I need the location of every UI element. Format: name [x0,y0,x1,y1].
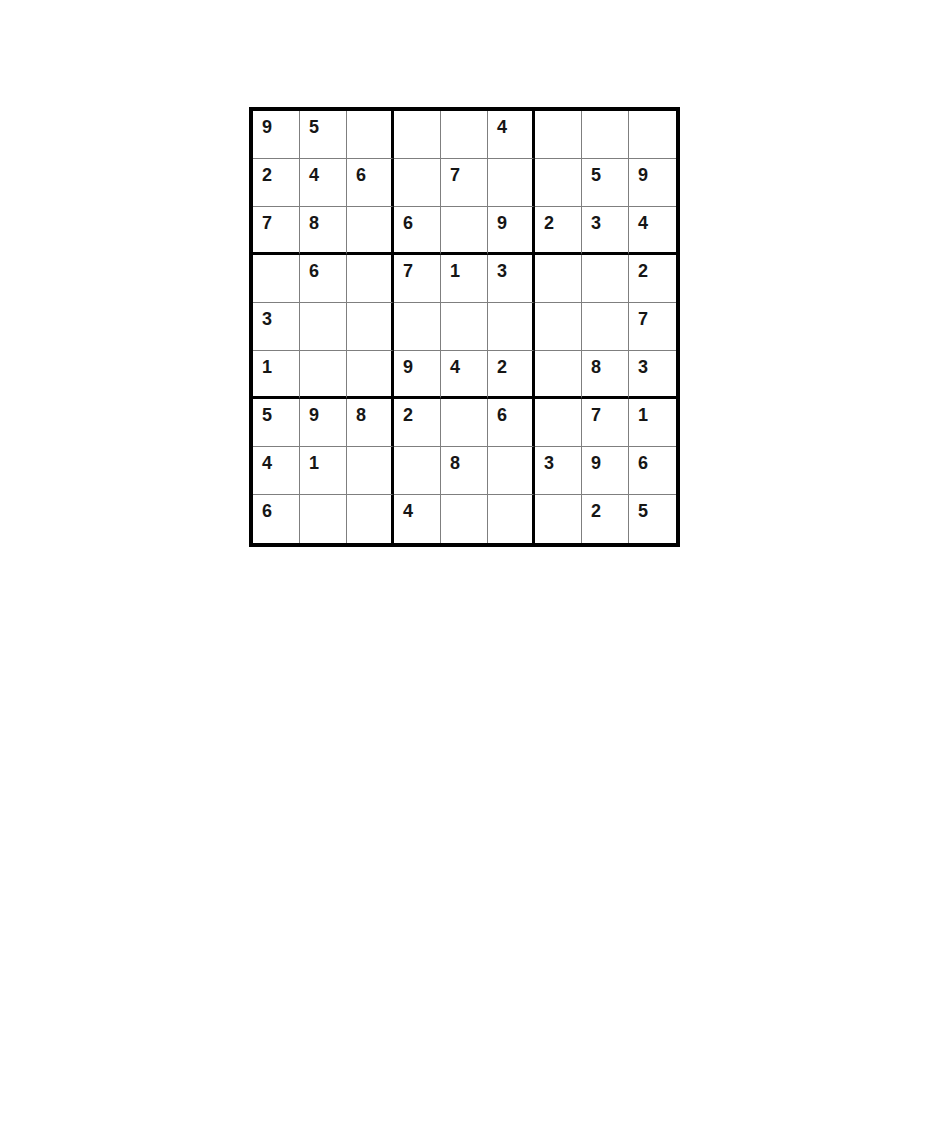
cell-r9c6[interactable] [488,495,535,543]
cell-r6c2[interactable] [300,351,347,399]
cell-r2c4[interactable] [394,159,441,207]
cell-r5c4[interactable] [394,303,441,351]
cell-r4c2[interactable]: 6 [300,255,347,303]
cell-r7c9[interactable]: 1 [629,399,676,447]
cell-r3c7[interactable]: 2 [535,207,582,255]
cell-r6c7[interactable] [535,351,582,399]
cell-r7c3[interactable]: 8 [347,399,394,447]
cell-r9c8[interactable]: 2 [582,495,629,543]
cell-r4c5[interactable]: 1 [441,255,488,303]
cell-r8c7[interactable]: 3 [535,447,582,495]
cell-r2c8[interactable]: 5 [582,159,629,207]
cell-r3c5[interactable] [441,207,488,255]
cell-r5c8[interactable] [582,303,629,351]
cell-r8c6[interactable] [488,447,535,495]
cell-r9c5[interactable] [441,495,488,543]
cell-r7c1[interactable]: 5 [253,399,300,447]
cell-r3c6[interactable]: 9 [488,207,535,255]
cell-r5c2[interactable] [300,303,347,351]
cell-r7c7[interactable] [535,399,582,447]
cell-r7c2[interactable]: 9 [300,399,347,447]
cell-r2c3[interactable]: 6 [347,159,394,207]
cell-r2c5[interactable]: 7 [441,159,488,207]
cell-r6c5[interactable]: 4 [441,351,488,399]
cell-r6c9[interactable]: 3 [629,351,676,399]
cell-r8c9[interactable]: 6 [629,447,676,495]
cell-r8c3[interactable] [347,447,394,495]
cell-r6c1[interactable]: 1 [253,351,300,399]
cell-r1c9[interactable] [629,111,676,159]
cell-r4c3[interactable] [347,255,394,303]
cell-r3c8[interactable]: 3 [582,207,629,255]
cell-r5c3[interactable] [347,303,394,351]
cell-r7c6[interactable]: 6 [488,399,535,447]
cell-r8c4[interactable] [394,447,441,495]
cell-r1c1[interactable]: 9 [253,111,300,159]
cell-r5c7[interactable] [535,303,582,351]
cell-r8c1[interactable]: 4 [253,447,300,495]
cell-r5c6[interactable] [488,303,535,351]
cell-r3c4[interactable]: 6 [394,207,441,255]
cell-r4c7[interactable] [535,255,582,303]
cell-r2c2[interactable]: 4 [300,159,347,207]
cell-r4c8[interactable] [582,255,629,303]
cell-r4c6[interactable]: 3 [488,255,535,303]
cell-r1c6[interactable]: 4 [488,111,535,159]
cell-r6c4[interactable]: 9 [394,351,441,399]
cell-r9c4[interactable]: 4 [394,495,441,543]
cell-r3c1[interactable]: 7 [253,207,300,255]
cell-r8c8[interactable]: 9 [582,447,629,495]
cell-r2c1[interactable]: 2 [253,159,300,207]
sudoku-board: 9 5 4 2 4 6 7 5 9 7 8 6 9 2 3 4 6 7 1 3 … [249,107,680,547]
cell-r1c5[interactable] [441,111,488,159]
cell-r1c8[interactable] [582,111,629,159]
cell-r2c6[interactable] [488,159,535,207]
cell-r7c5[interactable] [441,399,488,447]
cell-r2c7[interactable] [535,159,582,207]
cell-r6c6[interactable]: 2 [488,351,535,399]
cell-r6c8[interactable]: 8 [582,351,629,399]
cell-r5c5[interactable] [441,303,488,351]
cell-r5c1[interactable]: 3 [253,303,300,351]
cell-r9c1[interactable]: 6 [253,495,300,543]
cell-r4c4[interactable]: 7 [394,255,441,303]
page: 9 5 4 2 4 6 7 5 9 7 8 6 9 2 3 4 6 7 1 3 … [0,0,945,1123]
cell-r7c4[interactable]: 2 [394,399,441,447]
cell-r4c1[interactable] [253,255,300,303]
cell-r2c9[interactable]: 9 [629,159,676,207]
cell-r8c5[interactable]: 8 [441,447,488,495]
cell-r6c3[interactable] [347,351,394,399]
cell-r3c2[interactable]: 8 [300,207,347,255]
cell-r1c7[interactable] [535,111,582,159]
cell-r8c2[interactable]: 1 [300,447,347,495]
cell-r3c3[interactable] [347,207,394,255]
cell-r9c7[interactable] [535,495,582,543]
cell-r4c9[interactable]: 2 [629,255,676,303]
cell-r1c2[interactable]: 5 [300,111,347,159]
cell-r9c9[interactable]: 5 [629,495,676,543]
cell-r1c3[interactable] [347,111,394,159]
cell-r9c3[interactable] [347,495,394,543]
cell-r9c2[interactable] [300,495,347,543]
cell-r7c8[interactable]: 7 [582,399,629,447]
cell-r3c9[interactable]: 4 [629,207,676,255]
cell-r1c4[interactable] [394,111,441,159]
cell-r5c9[interactable]: 7 [629,303,676,351]
